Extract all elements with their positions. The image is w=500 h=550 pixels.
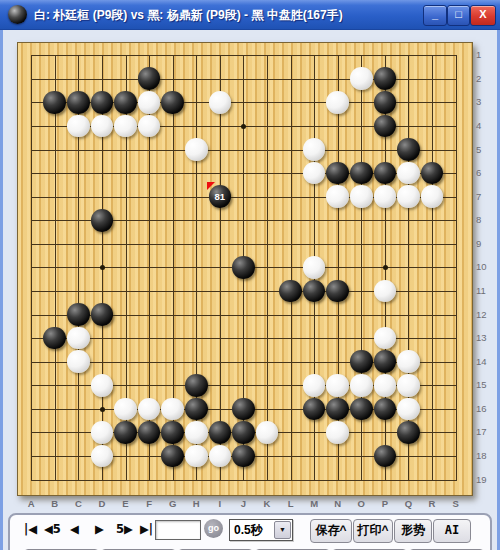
- stone-white: [397, 350, 420, 373]
- column-label: A: [23, 498, 39, 509]
- stone-white: [209, 91, 232, 114]
- toolbar-panel: |◀ ◀5 ◀ ▶ 5▶ ▶| go 0.5秒 ▼ 保存^ 打印^ 形势 AI: [8, 513, 492, 550]
- stone-white: [326, 374, 349, 397]
- stone-white: [326, 185, 349, 208]
- column-label: D: [94, 498, 110, 509]
- stone-white: [138, 91, 161, 114]
- stone-black: [185, 374, 208, 397]
- stone-white: [161, 398, 184, 421]
- stone-black: [91, 303, 114, 326]
- stone-black: 81: [209, 185, 232, 208]
- row-label: 3: [476, 96, 496, 107]
- row-label: 15: [476, 379, 496, 390]
- territory-estimate-button[interactable]: 形势: [394, 519, 432, 543]
- last-move-red-triangle-marker: [207, 182, 215, 190]
- stone-white: [185, 421, 208, 444]
- stone-white: [185, 138, 208, 161]
- stone-black: [279, 280, 302, 303]
- row-label: 6: [476, 167, 496, 178]
- column-label: P: [377, 498, 393, 509]
- stone-black: [67, 303, 90, 326]
- stone-white: [185, 445, 208, 468]
- row-label: 8: [476, 214, 496, 225]
- stone-black: [232, 398, 255, 421]
- stone-black: [114, 91, 137, 114]
- column-label: R: [424, 498, 440, 509]
- save-button[interactable]: 保存^: [310, 519, 352, 543]
- stone-white: [91, 421, 114, 444]
- first-move-button[interactable]: |◀: [24, 522, 37, 536]
- stone-black: [161, 91, 184, 114]
- row-label: 10: [476, 261, 496, 272]
- row-label: 2: [476, 73, 496, 84]
- stone-black: [209, 421, 232, 444]
- stone-white: [303, 374, 326, 397]
- column-label: O: [353, 498, 369, 509]
- maximize-button[interactable]: □: [447, 5, 470, 26]
- stone-white: [374, 374, 397, 397]
- stone-white: [397, 398, 420, 421]
- stone-white: [350, 67, 373, 90]
- stone-black: [232, 445, 255, 468]
- grid-vline: [220, 55, 221, 480]
- stone-white: [326, 421, 349, 444]
- row-label: 1: [476, 49, 496, 60]
- move-number-input[interactable]: [155, 520, 201, 540]
- stone-white: [303, 256, 326, 279]
- stone-black: [326, 398, 349, 421]
- stone-black: [67, 91, 90, 114]
- column-label: N: [330, 498, 346, 509]
- stone-white: [397, 374, 420, 397]
- stone-black: [397, 421, 420, 444]
- grid-vline: [432, 55, 433, 480]
- grid-vline: [31, 55, 32, 480]
- stone-white: [91, 374, 114, 397]
- row-label: 19: [476, 474, 496, 485]
- stone-black: [232, 421, 255, 444]
- column-label: E: [118, 498, 134, 509]
- stone-white: [326, 91, 349, 114]
- stone-black: [350, 398, 373, 421]
- back-5-moves-button[interactable]: ◀5: [44, 522, 61, 536]
- column-label: C: [70, 498, 86, 509]
- stone-white: [374, 185, 397, 208]
- stone-black: [326, 280, 349, 303]
- minimize-button[interactable]: _: [423, 5, 447, 26]
- star-point: [100, 407, 105, 412]
- stone-black: [350, 350, 373, 373]
- row-label: 7: [476, 191, 496, 202]
- close-button[interactable]: X: [470, 5, 496, 26]
- row-label: 11: [476, 285, 496, 296]
- chevron-down-icon[interactable]: ▼: [274, 521, 291, 539]
- column-label: H: [188, 498, 204, 509]
- stone-black: [91, 91, 114, 114]
- stone-white: [350, 374, 373, 397]
- stone-white: [67, 350, 90, 373]
- column-label: G: [165, 498, 181, 509]
- forward-5-moves-button[interactable]: 5▶: [116, 522, 133, 536]
- grid-vline: [55, 55, 56, 480]
- row-label: 9: [476, 238, 496, 249]
- grid-vline: [291, 55, 292, 480]
- grid-vline: [267, 55, 268, 480]
- stone-black: [43, 91, 66, 114]
- stone-black: [397, 138, 420, 161]
- stone-white: [67, 115, 90, 138]
- autoplay-delay-dropdown[interactable]: 0.5秒 ▼: [229, 519, 293, 541]
- column-label: L: [283, 498, 299, 509]
- stone-white: [397, 162, 420, 185]
- stone-white: [114, 115, 137, 138]
- column-label: I: [212, 498, 228, 509]
- row-label: 14: [476, 356, 496, 367]
- stone-black: [185, 398, 208, 421]
- stone-white: [256, 421, 279, 444]
- go-button[interactable]: go: [204, 519, 223, 538]
- stone-black: [374, 67, 397, 90]
- stone-black: [374, 91, 397, 114]
- forward-1-move-button[interactable]: ▶: [95, 522, 104, 536]
- stone-white: [421, 185, 444, 208]
- stone-black: [350, 162, 373, 185]
- go-stone-app-icon: [8, 5, 27, 24]
- stone-white: [350, 185, 373, 208]
- column-label: J: [235, 498, 251, 509]
- row-label: 18: [476, 450, 496, 461]
- column-label: F: [141, 498, 157, 509]
- ai-button[interactable]: AI: [433, 519, 471, 543]
- stone-black: [374, 350, 397, 373]
- row-label: 16: [476, 403, 496, 414]
- grid-vline: [456, 55, 457, 480]
- stone-white: [397, 185, 420, 208]
- column-label: Q: [400, 498, 416, 509]
- row-label: 5: [476, 144, 496, 155]
- window-title: 白: 朴廷桓 (P9段) vs 黑: 杨鼎新 (P9段) - 黑 中盘胜(167…: [34, 7, 343, 24]
- column-label: M: [306, 498, 322, 509]
- column-label: K: [259, 498, 275, 509]
- stone-black: [161, 421, 184, 444]
- stone-black: [114, 421, 137, 444]
- column-label: S: [448, 498, 464, 509]
- row-label: 12: [476, 309, 496, 320]
- stone-white: [114, 398, 137, 421]
- go-game-viewer-window: 白: 朴廷桓 (P9段) vs 黑: 杨鼎新 (P9段) - 黑 中盘胜(167…: [0, 0, 500, 550]
- back-1-move-button[interactable]: ◀: [70, 522, 79, 536]
- column-label: B: [47, 498, 63, 509]
- row-label: 13: [476, 332, 496, 343]
- row-label: 17: [476, 426, 496, 437]
- stone-white: [67, 327, 90, 350]
- window-border-left: [0, 29, 3, 550]
- stone-black: [161, 445, 184, 468]
- stone-black: [91, 209, 114, 232]
- print-button[interactable]: 打印^: [353, 519, 393, 543]
- title-bar: 白: 朴廷桓 (P9段) vs 黑: 杨鼎新 (P9段) - 黑 中盘胜(167…: [0, 0, 500, 30]
- row-label: 4: [476, 120, 496, 131]
- stone-white: [303, 138, 326, 161]
- stone-black: [232, 256, 255, 279]
- delay-value: 0.5秒: [234, 522, 263, 539]
- stone-black: [138, 421, 161, 444]
- last-move-button[interactable]: ▶|: [140, 522, 153, 536]
